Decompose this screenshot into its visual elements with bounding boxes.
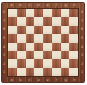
square-c7[interactable] — [26, 17, 35, 25]
file-label-b: b — [17, 2, 25, 7]
square-e1[interactable] — [43, 68, 52, 76]
square-h8[interactable] — [69, 9, 78, 17]
rank-label-4: 4 — [1, 43, 6, 50]
square-d2[interactable] — [34, 59, 43, 67]
square-d4[interactable] — [34, 43, 43, 51]
square-g1[interactable] — [61, 68, 70, 76]
file-label-f: f — [53, 77, 61, 82]
file-labels-top: abcdefgh — [7, 2, 79, 8]
file-label-c: c — [26, 2, 34, 7]
square-e5[interactable] — [43, 34, 52, 42]
square-f3[interactable] — [52, 51, 61, 59]
file-label-a: a — [8, 2, 16, 7]
file-label-e: e — [44, 2, 52, 7]
square-f1[interactable] — [52, 68, 61, 76]
file-label-c: c — [26, 77, 34, 82]
square-e2[interactable] — [43, 59, 52, 67]
square-d6[interactable] — [34, 26, 43, 34]
square-f8[interactable] — [52, 9, 61, 17]
square-b3[interactable] — [17, 51, 26, 59]
square-h1[interactable] — [69, 68, 78, 76]
square-g3[interactable] — [61, 51, 70, 59]
chess-board: abcdefgh 87654321 87654321 abcdefgh — [1, 2, 85, 83]
square-d8[interactable] — [34, 9, 43, 17]
square-f2[interactable] — [52, 59, 61, 67]
square-a1[interactable] — [8, 68, 17, 76]
square-g6[interactable] — [61, 26, 70, 34]
square-a6[interactable] — [8, 26, 17, 34]
file-label-d: d — [35, 2, 43, 7]
square-e7[interactable] — [43, 17, 52, 25]
file-labels-bottom: abcdefgh — [7, 77, 79, 83]
square-b6[interactable] — [17, 26, 26, 34]
square-g2[interactable] — [61, 59, 70, 67]
square-d7[interactable] — [34, 17, 43, 25]
square-a4[interactable] — [8, 43, 17, 51]
square-h4[interactable] — [69, 43, 78, 51]
rank-label-6: 6 — [79, 26, 84, 33]
square-b2[interactable] — [17, 59, 26, 67]
square-a7[interactable] — [8, 17, 17, 25]
product-photo-background: abcdefgh 87654321 87654321 abcdefgh — [0, 0, 87, 85]
rank-label-5: 5 — [1, 35, 6, 42]
rank-label-3: 3 — [1, 52, 6, 59]
square-b4[interactable] — [17, 43, 26, 51]
rank-labels-right: 87654321 — [79, 8, 85, 77]
square-g8[interactable] — [61, 9, 70, 17]
rank-label-3: 3 — [79, 52, 84, 59]
rank-label-6: 6 — [1, 26, 6, 33]
file-label-g: g — [62, 2, 70, 7]
rank-label-7: 7 — [1, 17, 6, 24]
square-c6[interactable] — [26, 26, 35, 34]
square-c2[interactable] — [26, 59, 35, 67]
square-e4[interactable] — [43, 43, 52, 51]
rank-label-2: 2 — [79, 60, 84, 67]
file-label-h: h — [71, 77, 79, 82]
square-c5[interactable] — [26, 34, 35, 42]
square-h5[interactable] — [69, 34, 78, 42]
file-label-e: e — [44, 77, 52, 82]
square-d5[interactable] — [34, 34, 43, 42]
square-b5[interactable] — [17, 34, 26, 42]
square-e3[interactable] — [43, 51, 52, 59]
square-h3[interactable] — [69, 51, 78, 59]
square-c4[interactable] — [26, 43, 35, 51]
board-squares — [7, 8, 79, 77]
square-e6[interactable] — [43, 26, 52, 34]
square-a3[interactable] — [8, 51, 17, 59]
file-label-d: d — [35, 77, 43, 82]
rank-label-8: 8 — [1, 9, 6, 16]
square-d1[interactable] — [34, 68, 43, 76]
square-a5[interactable] — [8, 34, 17, 42]
square-a2[interactable] — [8, 59, 17, 67]
rank-label-4: 4 — [79, 43, 84, 50]
square-h7[interactable] — [69, 17, 78, 25]
file-label-h: h — [71, 2, 79, 7]
square-c3[interactable] — [26, 51, 35, 59]
square-b8[interactable] — [17, 9, 26, 17]
square-e8[interactable] — [43, 9, 52, 17]
rank-label-5: 5 — [79, 35, 84, 42]
square-a8[interactable] — [8, 9, 17, 17]
square-g7[interactable] — [61, 17, 70, 25]
frame-corner-bottom-right — [79, 77, 85, 83]
square-f7[interactable] — [52, 17, 61, 25]
file-label-b: b — [17, 77, 25, 82]
square-h6[interactable] — [69, 26, 78, 34]
rank-label-1: 1 — [79, 69, 84, 76]
square-f4[interactable] — [52, 43, 61, 51]
square-g5[interactable] — [61, 34, 70, 42]
square-h2[interactable] — [69, 59, 78, 67]
square-b1[interactable] — [17, 68, 26, 76]
square-f6[interactable] — [52, 26, 61, 34]
square-d3[interactable] — [34, 51, 43, 59]
square-c1[interactable] — [26, 68, 35, 76]
square-g4[interactable] — [61, 43, 70, 51]
square-f5[interactable] — [52, 34, 61, 42]
rank-label-2: 2 — [1, 60, 6, 67]
square-b7[interactable] — [17, 17, 26, 25]
square-c8[interactable] — [26, 9, 35, 17]
rank-label-1: 1 — [1, 69, 6, 76]
rank-label-7: 7 — [79, 17, 84, 24]
file-label-g: g — [62, 77, 70, 82]
file-label-f: f — [53, 2, 61, 7]
rank-label-8: 8 — [79, 9, 84, 16]
file-label-a: a — [8, 77, 16, 82]
